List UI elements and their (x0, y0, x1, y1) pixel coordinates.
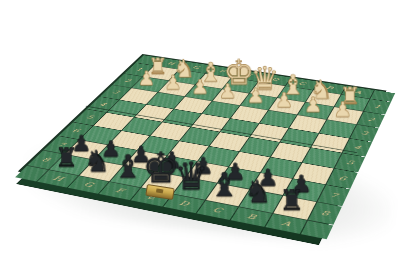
square-b4[interactable] (280, 128, 318, 147)
coordinate-label: 6 (71, 128, 81, 133)
black-rook[interactable]: ♜ (274, 188, 309, 214)
coordinate-label: D (270, 77, 280, 82)
coordinate-label: 6 (338, 175, 347, 182)
coordinate-label: 2 (123, 78, 132, 83)
coordinate-label: C (297, 81, 306, 86)
coordinate-label: B (325, 85, 334, 90)
coordinate-label: H (51, 175, 65, 182)
board-grid: HGFEDCBA1♜♞♝♚♛♝♞♜12♟♟♟♟♟♟♟♟2334455667♟♟♟… (19, 54, 385, 229)
coordinate-label: B (246, 213, 258, 221)
coordinate-label: 8 (320, 210, 330, 217)
coordinate-label: 7 (329, 192, 339, 199)
rank-label-right-1: 1 (364, 99, 391, 114)
coordinate-label: G (82, 181, 95, 188)
coordinate-label: 7 (56, 142, 67, 148)
coordinate-label: F (114, 187, 126, 194)
coordinate-label: H (165, 61, 175, 65)
coordinate-label: F (217, 69, 226, 73)
coordinate-label: C (211, 206, 223, 214)
rank-label-right-4: 4 (343, 139, 372, 157)
coordinate-label: A (354, 90, 363, 95)
coordinate-label: E (244, 73, 253, 78)
coordinate-label: 2 (367, 117, 375, 122)
coordinate-label: 5 (346, 160, 355, 166)
coordinate-label: 4 (353, 145, 362, 151)
coordinate-label: 1 (135, 67, 144, 71)
coordinate-label: D (178, 200, 191, 207)
coordinate-label: G (191, 65, 201, 69)
coordinate-label: 3 (360, 130, 369, 136)
coordinate-label: 1 (374, 104, 382, 109)
coordinate-label: A (280, 220, 292, 228)
coordinate-label: 8 (40, 157, 51, 163)
rank-label-right-3: 3 (350, 125, 379, 142)
coordinate-label: 4 (98, 102, 108, 107)
scene: HGFEDCBA1♜♞♝♚♛♝♞♜12♟♟♟♟♟♟♟♟2334455667♟♟♟… (0, 0, 420, 259)
product-photo: HGFEDCBA1♜♞♝♚♛♝♞♜12♟♟♟♟♟♟♟♟2334455667♟♟♟… (0, 0, 420, 259)
chess-board: HGFEDCBA1♜♞♝♚♛♝♞♜12♟♟♟♟♟♟♟♟2334455667♟♟♟… (19, 54, 385, 229)
coordinate-label: 5 (85, 115, 95, 120)
coordinate-label: 3 (111, 90, 120, 95)
